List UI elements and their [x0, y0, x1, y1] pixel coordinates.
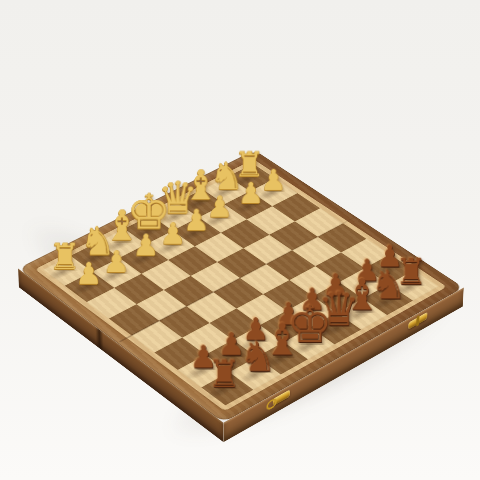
square-f4[interactable]	[164, 276, 214, 306]
square-g4[interactable]	[137, 290, 187, 321]
square-h4[interactable]	[109, 304, 159, 335]
square-g3[interactable]	[114, 274, 164, 304]
piece-white-pawn[interactable]: ♟	[64, 248, 112, 286]
photo-backdrop: ♜♞♝♛♚♝♞♜♟♟♟♟♟♟♟♟♟♟♟♟♟♟♟♟♜♞♝♛♚♝♞♜	[0, 0, 480, 480]
white-pawn-glyph: ♟	[64, 259, 112, 289]
piece-black-rook[interactable]: ♜	[198, 343, 248, 389]
chess-board: ♜♞♝♛♚♝♞♜♟♟♟♟♟♟♟♟♟♟♟♟♟♟♟♟♜♞♝♛♚♝♞♜	[18, 150, 464, 423]
chess-scene: ♜♞♝♛♚♝♞♜♟♟♟♟♟♟♟♟♟♟♟♟♟♟♟♟♜♞♝♛♚♝♞♜	[0, 0, 480, 480]
black-rook-glyph: ♜	[198, 355, 248, 393]
square-h3[interactable]	[87, 288, 137, 319]
square-h5[interactable]	[132, 321, 183, 353]
